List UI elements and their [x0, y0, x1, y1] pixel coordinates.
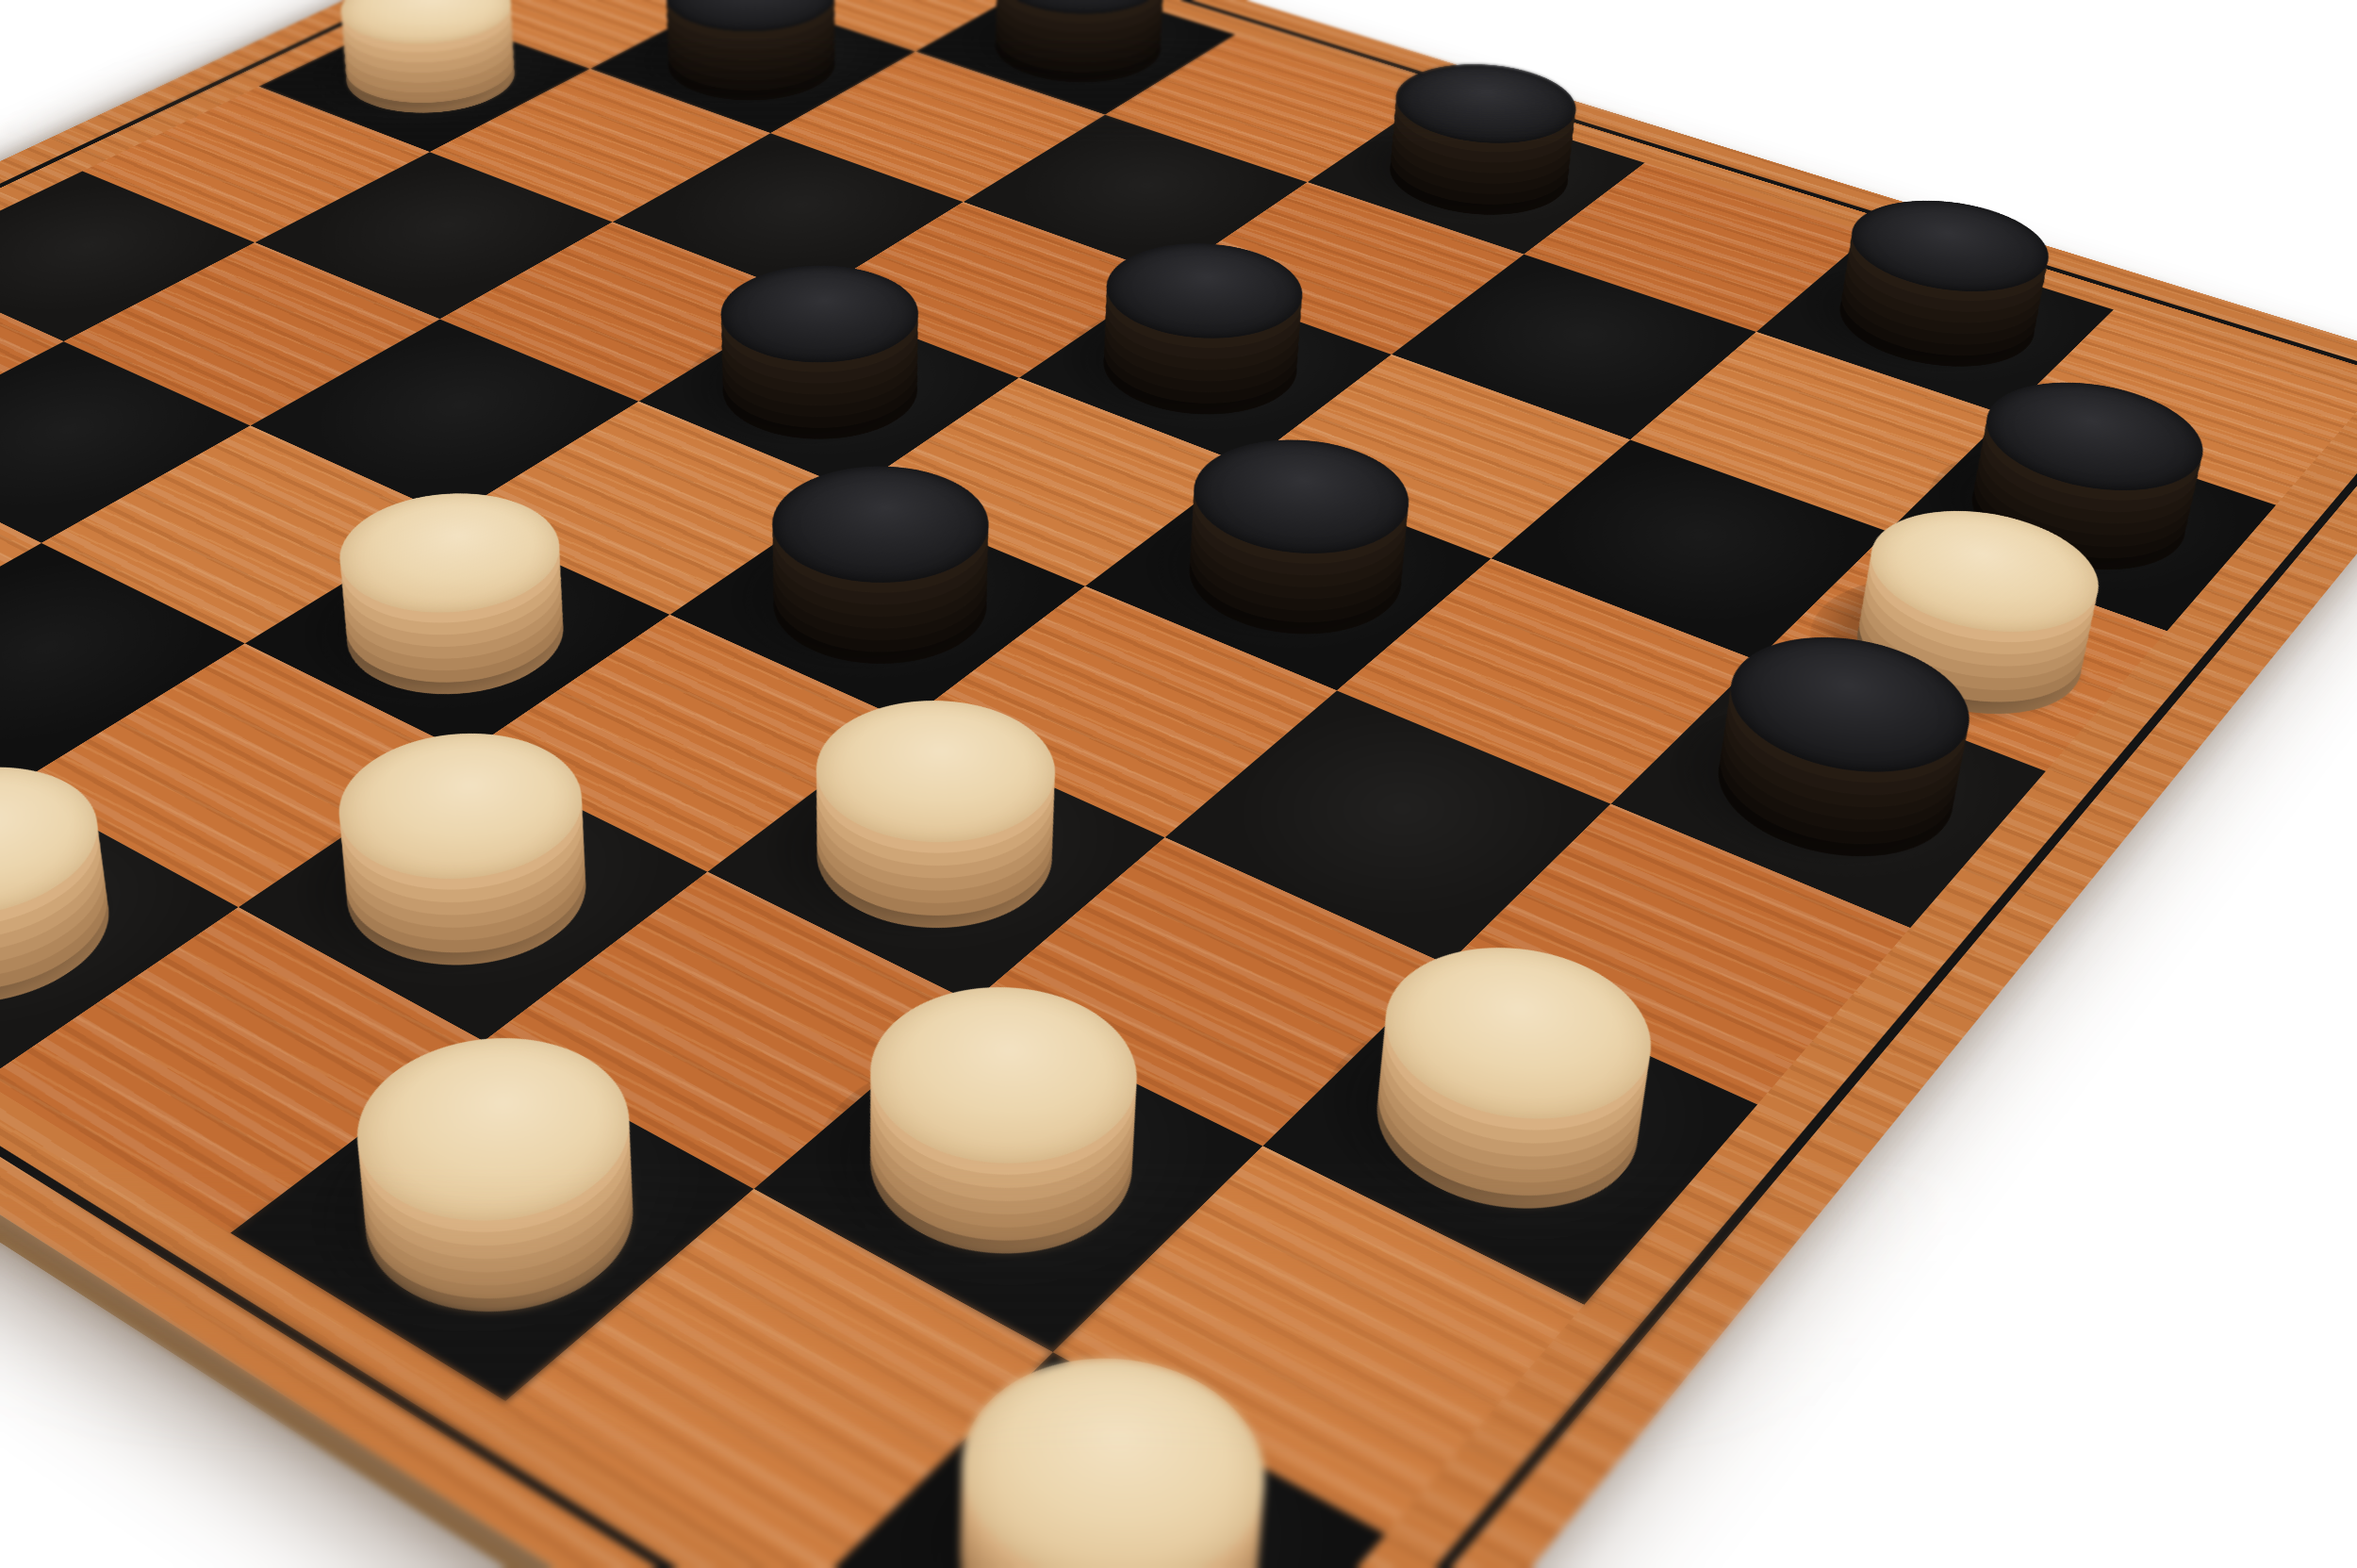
- checkers-board: [0, 0, 2357, 1568]
- board-photo-stage: [0, 0, 2357, 1568]
- board-grid: [0, 0, 2357, 1568]
